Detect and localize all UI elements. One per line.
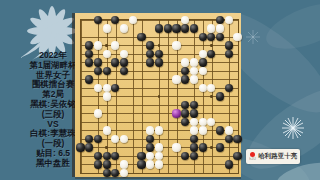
go-stone-black-last-move xyxy=(172,109,180,117)
go-stone-white xyxy=(233,33,241,41)
go-stone-white xyxy=(120,169,128,177)
go-stone-black xyxy=(137,33,145,41)
go-stone-white xyxy=(199,50,207,58)
go-stone-black xyxy=(181,109,189,117)
go-stone-white xyxy=(190,126,198,134)
go-stone-white xyxy=(94,109,102,117)
go-stone-black xyxy=(103,160,111,168)
go-stone-white xyxy=(181,58,189,66)
go-stone-black xyxy=(103,169,111,177)
go-stone-black xyxy=(94,152,102,160)
go-stone-white xyxy=(172,41,180,49)
go-stone-white xyxy=(216,24,224,32)
go-stone-white xyxy=(155,152,163,160)
go-stone-black xyxy=(181,152,189,160)
go-stone-black xyxy=(190,24,198,32)
go-stone-white xyxy=(225,16,233,24)
go-stone-white xyxy=(172,75,180,83)
hoshi-point xyxy=(158,44,161,47)
go-stone-black xyxy=(216,33,224,41)
go-stone-black xyxy=(120,67,128,75)
go-stone-black xyxy=(94,135,102,143)
go-stone-black xyxy=(216,92,224,100)
hoshi-point xyxy=(210,146,213,149)
watermark-logo: hJU xyxy=(249,152,256,161)
go-stone-black xyxy=(85,41,93,49)
go-stone-white xyxy=(181,16,189,24)
go-stone-black xyxy=(85,143,93,151)
go-stone-black xyxy=(233,152,241,160)
go-stone-white xyxy=(146,152,154,160)
go-stone-black xyxy=(85,58,93,66)
go-stone-white xyxy=(103,126,111,134)
go-stone-white xyxy=(103,84,111,92)
go-stone-white xyxy=(199,67,207,75)
go-stone-black xyxy=(155,24,163,32)
go-stone-black xyxy=(146,50,154,58)
hoshi-point xyxy=(210,44,213,47)
go-stone-white xyxy=(155,160,163,168)
go-stone-black xyxy=(164,24,172,32)
starburst-flower-icon xyxy=(282,117,304,139)
go-stone-black xyxy=(137,160,145,168)
go-board-grid xyxy=(80,19,239,174)
go-stone-black xyxy=(94,67,102,75)
go-stone-white xyxy=(155,126,163,134)
go-stone-black xyxy=(181,67,189,75)
go-stone-black xyxy=(181,75,189,83)
go-stone-black xyxy=(190,143,198,151)
go-stone-black xyxy=(146,41,154,49)
go-stone-white xyxy=(94,41,102,49)
go-stone-black xyxy=(111,84,119,92)
go-stone-white xyxy=(120,24,128,32)
go-stone-white xyxy=(120,50,128,58)
hoshi-point xyxy=(158,95,161,98)
go-stone-black xyxy=(103,67,111,75)
go-stone-white xyxy=(146,160,154,168)
go-stone-black xyxy=(155,50,163,58)
go-stone-black xyxy=(181,118,189,126)
go-stone-black xyxy=(103,152,111,160)
go-stone-white xyxy=(111,135,119,143)
go-stone-white xyxy=(190,58,198,66)
go-stone-white xyxy=(190,118,198,126)
go-stone-black xyxy=(233,135,241,143)
go-stone-white xyxy=(129,16,137,24)
go-stone-black xyxy=(172,24,180,32)
go-stone-white xyxy=(155,143,163,151)
go-stone-black xyxy=(111,169,119,177)
go-stone-black xyxy=(190,101,198,109)
go-stone-black xyxy=(216,126,224,134)
go-stone-black xyxy=(225,160,233,168)
go-stone-white xyxy=(146,126,154,134)
go-stone-black xyxy=(137,152,145,160)
go-stone-black xyxy=(155,58,163,66)
channel-watermark-badge: hJU 哈利路亚十亮 xyxy=(246,149,300,164)
go-stone-white xyxy=(199,126,207,134)
go-stone-black xyxy=(190,152,198,160)
go-stone-white xyxy=(199,84,207,92)
go-stone-white xyxy=(120,160,128,168)
go-stone-black xyxy=(120,58,128,66)
go-stone-black xyxy=(85,75,93,83)
go-stone-black xyxy=(225,50,233,58)
go-stone-white xyxy=(172,143,180,151)
go-stone-white xyxy=(190,67,198,75)
go-stone-black xyxy=(94,58,102,66)
go-stone-white xyxy=(190,75,198,83)
go-stone-black xyxy=(225,84,233,92)
go-stone-white xyxy=(225,126,233,134)
watermark-logo-text: hJU xyxy=(249,157,255,161)
go-stone-black xyxy=(76,143,84,151)
go-stone-white xyxy=(94,84,102,92)
go-stone-black xyxy=(199,33,207,41)
go-stone-black xyxy=(190,109,198,117)
go-stone-black xyxy=(85,135,93,143)
go-stone-black xyxy=(225,41,233,49)
go-stone-black xyxy=(207,33,215,41)
go-stone-white xyxy=(120,135,128,143)
go-stone-black xyxy=(146,143,154,151)
go-stone-white xyxy=(103,50,111,58)
hoshi-point xyxy=(105,44,108,47)
go-stone-black xyxy=(85,50,93,58)
go-stone-black xyxy=(216,16,224,24)
hoshi-point xyxy=(210,95,213,98)
starburst-flower-small-icon xyxy=(246,30,260,44)
go-stone-black xyxy=(207,50,215,58)
go-stone-black xyxy=(94,160,102,168)
go-stone-black xyxy=(199,58,207,66)
go-stone-black xyxy=(111,152,119,160)
watermark-text: 哈利路亚十亮 xyxy=(258,152,297,161)
go-stone-black xyxy=(199,143,207,151)
go-stone-black xyxy=(181,101,189,109)
go-stone-black xyxy=(111,16,119,24)
broadcast-frame: 2022年 第1届湖畔杯 世界女子 围棋擂台赛 第2局 黑棋:吴依铭 (三段) … xyxy=(0,0,320,180)
go-board xyxy=(75,13,241,177)
go-stone-white xyxy=(103,92,111,100)
go-stone-black xyxy=(94,16,102,24)
hoshi-point xyxy=(105,146,108,149)
go-stone-white xyxy=(207,24,215,32)
go-stone-black xyxy=(181,24,189,32)
go-stone-black xyxy=(146,135,154,143)
go-stone-black xyxy=(111,58,119,66)
go-stone-black xyxy=(190,135,198,143)
go-stone-white xyxy=(207,118,215,126)
go-stone-black xyxy=(225,135,233,143)
go-stone-white xyxy=(199,118,207,126)
go-stone-white xyxy=(103,24,111,32)
go-stone-black xyxy=(216,143,224,151)
go-stone-black xyxy=(146,58,154,66)
go-stone-white xyxy=(207,84,215,92)
go-stone-white xyxy=(111,41,119,49)
